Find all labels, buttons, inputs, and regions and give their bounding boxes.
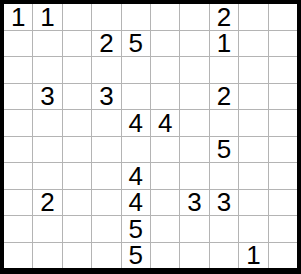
grid-cell-empty[interactable]	[180, 4, 208, 30]
grid-cell-empty[interactable]	[63, 31, 91, 57]
grid-cell-empty[interactable]	[151, 137, 179, 163]
grid-cell-empty[interactable]	[33, 137, 61, 163]
grid-cell-empty[interactable]	[239, 84, 267, 110]
grid-cell-empty[interactable]	[92, 110, 120, 136]
grid-cell-empty[interactable]	[210, 110, 238, 136]
grid-cell-empty[interactable]	[92, 4, 120, 30]
grid-cell-empty[interactable]	[4, 190, 32, 216]
puzzle-grid: 11225133244542433551	[4, 4, 297, 268]
grid-cell-empty[interactable]	[92, 163, 120, 189]
grid-cell-clue[interactable]: 1	[4, 4, 32, 30]
grid-cell-empty[interactable]	[4, 110, 32, 136]
grid-cell-clue[interactable]: 1	[210, 31, 238, 57]
grid-cell-clue[interactable]: 4	[122, 190, 150, 216]
grid-cell-empty[interactable]	[151, 31, 179, 57]
grid-cell-clue[interactable]: 3	[210, 190, 238, 216]
grid-cell-empty[interactable]	[33, 216, 61, 242]
grid-cell-empty[interactable]	[180, 163, 208, 189]
grid-cell-clue[interactable]: 3	[180, 190, 208, 216]
grid-cell-empty[interactable]	[210, 57, 238, 83]
grid-cell-empty[interactable]	[269, 163, 297, 189]
grid-cell-clue[interactable]: 5	[122, 216, 150, 242]
grid-cell-empty[interactable]	[269, 243, 297, 269]
grid-cell-empty[interactable]	[63, 190, 91, 216]
grid-cell-empty[interactable]	[33, 110, 61, 136]
grid-cell-empty[interactable]	[4, 84, 32, 110]
grid-cell-empty[interactable]	[33, 243, 61, 269]
grid-cell-empty[interactable]	[239, 4, 267, 30]
grid-cell-empty[interactable]	[210, 163, 238, 189]
grid-cell-empty[interactable]	[63, 57, 91, 83]
grid-cell-empty[interactable]	[239, 163, 267, 189]
grid-cell-empty[interactable]	[151, 4, 179, 30]
grid-cell-clue[interactable]: 4	[122, 163, 150, 189]
grid-cell-clue[interactable]: 2	[210, 84, 238, 110]
grid-cell-empty[interactable]	[210, 243, 238, 269]
grid-cell-clue[interactable]: 4	[151, 110, 179, 136]
grid-cell-clue[interactable]: 5	[122, 31, 150, 57]
grid-cell-empty[interactable]	[180, 110, 208, 136]
grid-cell-empty[interactable]	[239, 57, 267, 83]
puzzle-board: 11225133244542433551	[0, 0, 301, 274]
grid-cell-empty[interactable]	[239, 216, 267, 242]
grid-cell-empty[interactable]	[180, 57, 208, 83]
grid-cell-empty[interactable]	[92, 137, 120, 163]
grid-cell-clue[interactable]: 5	[122, 243, 150, 269]
grid-cell-empty[interactable]	[180, 31, 208, 57]
grid-cell-clue[interactable]: 2	[210, 4, 238, 30]
grid-cell-clue[interactable]: 2	[33, 190, 61, 216]
grid-cell-clue[interactable]: 5	[210, 137, 238, 163]
grid-cell-empty[interactable]	[269, 57, 297, 83]
grid-cell-clue[interactable]: 1	[239, 243, 267, 269]
grid-cell-empty[interactable]	[63, 4, 91, 30]
grid-cell-empty[interactable]	[92, 243, 120, 269]
grid-cell-empty[interactable]	[63, 216, 91, 242]
grid-cell-empty[interactable]	[239, 31, 267, 57]
grid-cell-empty[interactable]	[63, 84, 91, 110]
grid-cell-empty[interactable]	[151, 243, 179, 269]
grid-cell-empty[interactable]	[63, 137, 91, 163]
grid-cell-empty[interactable]	[63, 110, 91, 136]
grid-cell-empty[interactable]	[4, 137, 32, 163]
grid-cell-empty[interactable]	[122, 4, 150, 30]
grid-cell-empty[interactable]	[180, 243, 208, 269]
grid-cell-clue[interactable]: 3	[92, 84, 120, 110]
grid-cell-empty[interactable]	[4, 216, 32, 242]
grid-cell-empty[interactable]	[122, 137, 150, 163]
grid-cell-empty[interactable]	[239, 110, 267, 136]
grid-cell-empty[interactable]	[239, 137, 267, 163]
grid-cell-empty[interactable]	[33, 163, 61, 189]
grid-cell-empty[interactable]	[92, 216, 120, 242]
grid-cell-empty[interactable]	[4, 163, 32, 189]
grid-cell-clue[interactable]: 2	[92, 31, 120, 57]
grid-cell-empty[interactable]	[269, 137, 297, 163]
grid-cell-empty[interactable]	[151, 163, 179, 189]
grid-cell-empty[interactable]	[151, 57, 179, 83]
grid-cell-empty[interactable]	[122, 57, 150, 83]
grid-cell-empty[interactable]	[92, 57, 120, 83]
grid-cell-empty[interactable]	[180, 84, 208, 110]
grid-cell-empty[interactable]	[151, 84, 179, 110]
grid-cell-empty[interactable]	[33, 57, 61, 83]
grid-cell-empty[interactable]	[269, 216, 297, 242]
grid-cell-empty[interactable]	[180, 137, 208, 163]
grid-cell-clue[interactable]: 3	[33, 84, 61, 110]
grid-cell-empty[interactable]	[210, 216, 238, 242]
grid-cell-empty[interactable]	[269, 84, 297, 110]
grid-cell-empty[interactable]	[269, 4, 297, 30]
grid-cell-empty[interactable]	[33, 31, 61, 57]
grid-cell-clue[interactable]: 4	[122, 110, 150, 136]
grid-cell-empty[interactable]	[180, 216, 208, 242]
grid-cell-empty[interactable]	[239, 190, 267, 216]
grid-cell-empty[interactable]	[269, 31, 297, 57]
grid-cell-empty[interactable]	[151, 190, 179, 216]
grid-cell-empty[interactable]	[122, 84, 150, 110]
grid-cell-empty[interactable]	[63, 243, 91, 269]
grid-cell-empty[interactable]	[269, 190, 297, 216]
grid-cell-empty[interactable]	[4, 57, 32, 83]
grid-cell-clue[interactable]: 1	[33, 4, 61, 30]
grid-cell-empty[interactable]	[269, 110, 297, 136]
grid-cell-empty[interactable]	[4, 31, 32, 57]
grid-cell-empty[interactable]	[63, 163, 91, 189]
grid-cell-empty[interactable]	[92, 190, 120, 216]
grid-cell-empty[interactable]	[4, 243, 32, 269]
grid-cell-empty[interactable]	[151, 216, 179, 242]
